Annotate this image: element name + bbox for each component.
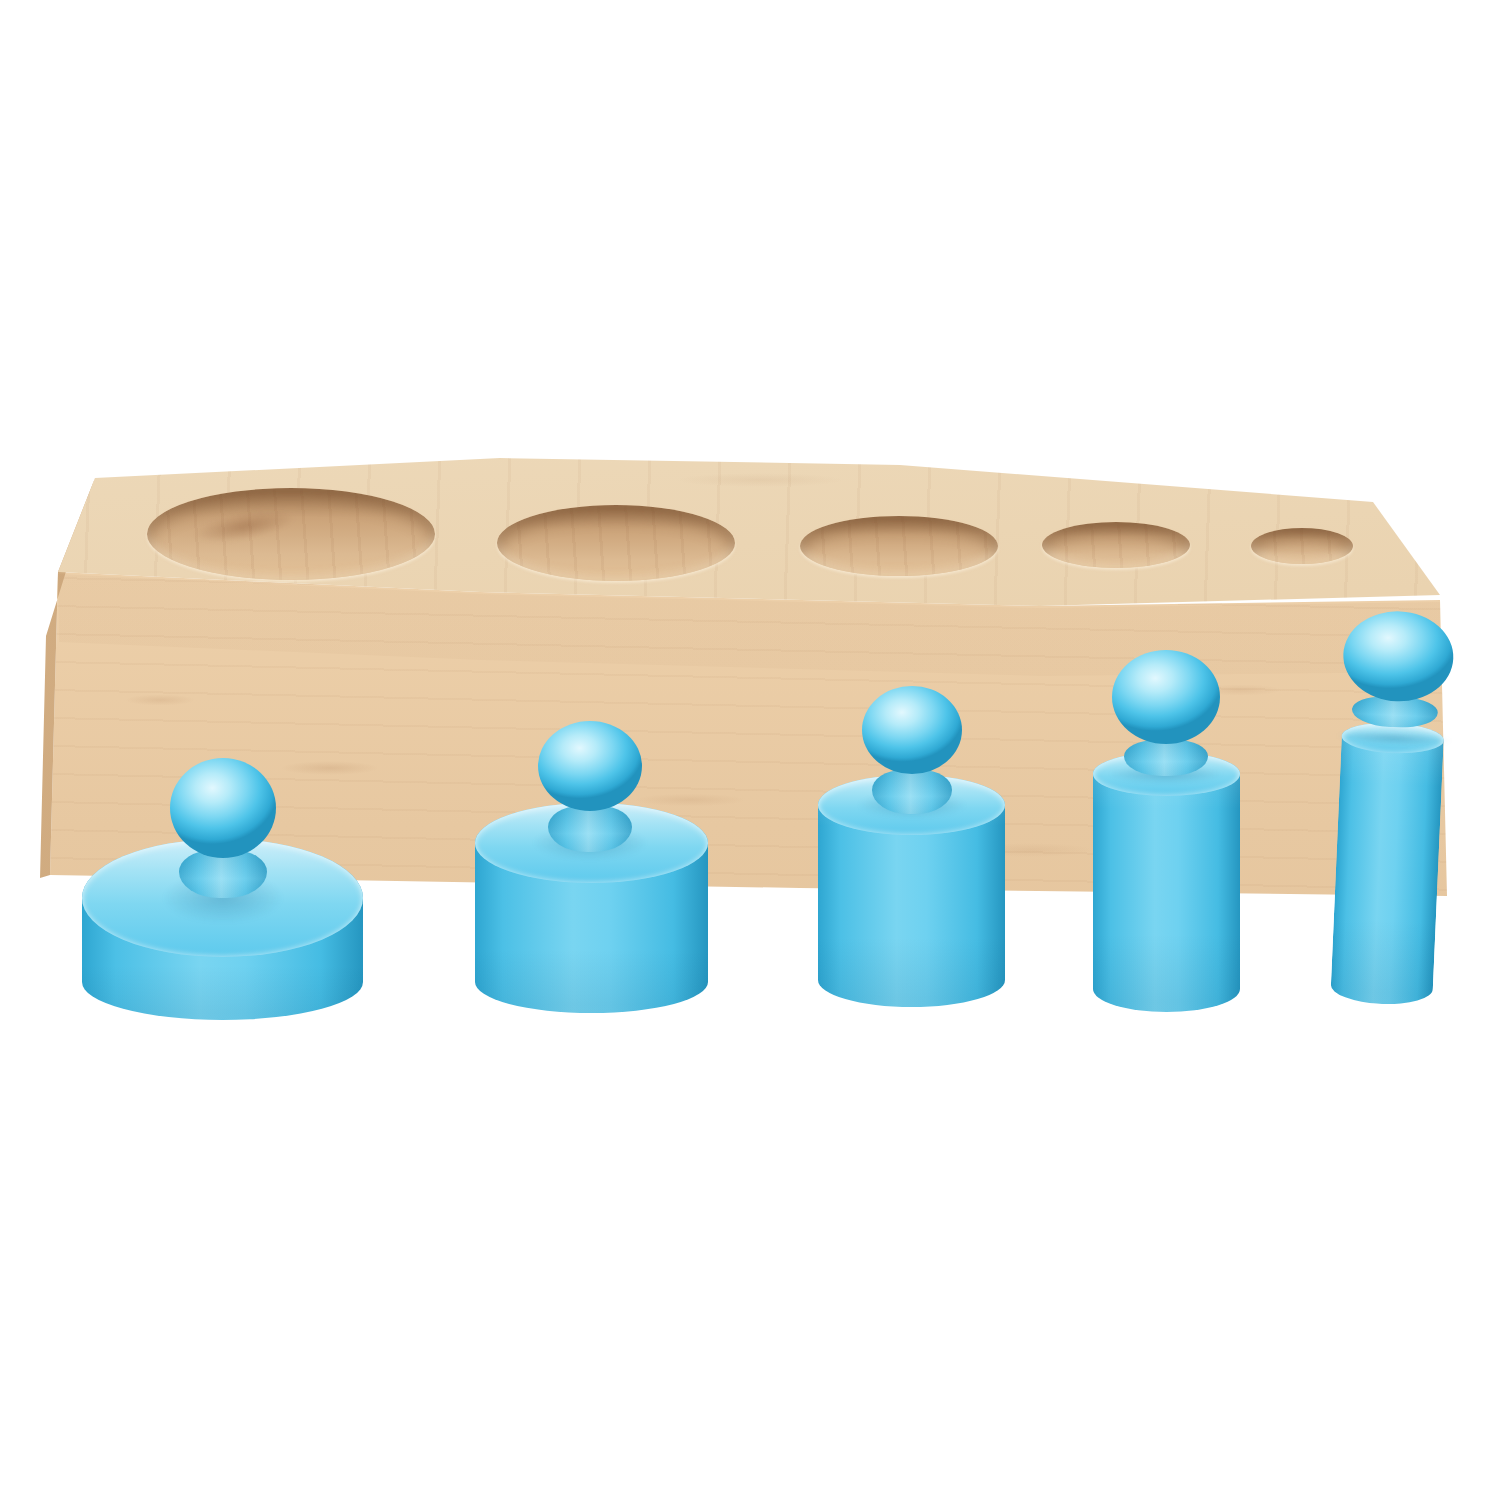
cylinder-4-knob-neck	[1124, 740, 1208, 776]
cylinder-1-knob-sphere	[170, 758, 276, 858]
cylinder-2-knob-sphere	[538, 721, 642, 811]
scene-stage	[0, 0, 1500, 1500]
socket-hole-3[interactable]	[800, 516, 998, 576]
cylinder-5[interactable]	[1325, 606, 1458, 1010]
cylinder-3[interactable]	[815, 683, 1008, 1010]
cylinder-1[interactable]	[79, 755, 366, 1023]
cylinder-4[interactable]	[1090, 647, 1243, 1015]
block-front-face	[0, 0, 1500, 1500]
cylinder-3-knob-neck	[872, 770, 952, 814]
cylinder-5-body	[1330, 721, 1444, 1006]
cylinder-4-knob-sphere	[1112, 650, 1220, 744]
socket-hole-4[interactable]	[1042, 522, 1190, 568]
knob-contact-shadow	[1312, 726, 1476, 751]
cylinder-3-knob-sphere	[862, 686, 962, 774]
socket-hole-5[interactable]	[1251, 528, 1353, 564]
cylinder-5-knob-sphere	[1341, 609, 1455, 704]
cylinder-2[interactable]	[472, 718, 711, 1016]
socket-hole-2[interactable]	[497, 505, 735, 581]
cylinder-2-knob-neck	[548, 806, 632, 852]
